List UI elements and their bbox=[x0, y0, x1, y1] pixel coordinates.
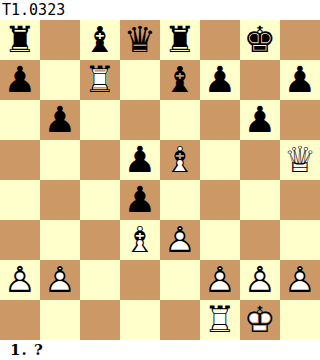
square-d3[interactable]: ♝♗ bbox=[120, 220, 160, 260]
square-a8[interactable]: ♜ bbox=[0, 20, 40, 60]
square-c3[interactable] bbox=[80, 220, 120, 260]
piece-white-queen: ♕ bbox=[284, 140, 316, 180]
square-c8[interactable]: ♝ bbox=[80, 20, 120, 60]
puzzle-id: T1.0323 bbox=[0, 0, 320, 20]
square-d7[interactable] bbox=[120, 60, 160, 100]
square-h3[interactable] bbox=[280, 220, 320, 260]
square-a3[interactable] bbox=[0, 220, 40, 260]
square-e4[interactable] bbox=[160, 180, 200, 220]
square-f2[interactable]: ♟♙ bbox=[200, 260, 240, 300]
square-d8[interactable]: ♛ bbox=[120, 20, 160, 60]
square-a1[interactable] bbox=[0, 300, 40, 340]
square-c7[interactable]: ♜♖ bbox=[80, 60, 120, 100]
square-f5[interactable] bbox=[200, 140, 240, 180]
square-g1[interactable]: ♚♔ bbox=[240, 300, 280, 340]
square-c6[interactable] bbox=[80, 100, 120, 140]
square-g2[interactable]: ♟♙ bbox=[240, 260, 280, 300]
piece-black-bishop: ♝ bbox=[84, 20, 116, 60]
piece-white-pawn: ♙ bbox=[244, 260, 276, 300]
square-h7[interactable]: ♟ bbox=[280, 60, 320, 100]
piece-white-rook: ♖ bbox=[84, 60, 116, 100]
square-b2[interactable]: ♟♙ bbox=[40, 260, 80, 300]
piece-black-pawn: ♟ bbox=[284, 60, 316, 100]
square-d6[interactable] bbox=[120, 100, 160, 140]
square-c4[interactable] bbox=[80, 180, 120, 220]
square-c2[interactable] bbox=[80, 260, 120, 300]
square-h4[interactable] bbox=[280, 180, 320, 220]
square-c1[interactable] bbox=[80, 300, 120, 340]
move-prompt: 1. ? bbox=[0, 340, 320, 360]
square-a5[interactable] bbox=[0, 140, 40, 180]
piece-black-rook: ♜ bbox=[4, 20, 36, 60]
square-h8[interactable] bbox=[280, 20, 320, 60]
square-d4[interactable]: ♟ bbox=[120, 180, 160, 220]
piece-black-bishop: ♝ bbox=[164, 60, 196, 100]
piece-white-pawn: ♙ bbox=[4, 260, 36, 300]
square-b6[interactable]: ♟ bbox=[40, 100, 80, 140]
piece-white-rook: ♖ bbox=[204, 300, 236, 340]
square-h1[interactable] bbox=[280, 300, 320, 340]
piece-black-queen: ♛ bbox=[124, 20, 156, 60]
piece-white-bishop: ♗ bbox=[164, 140, 196, 180]
square-e8[interactable]: ♜ bbox=[160, 20, 200, 60]
square-g8[interactable]: ♚ bbox=[240, 20, 280, 60]
square-f1[interactable]: ♜♖ bbox=[200, 300, 240, 340]
square-d2[interactable] bbox=[120, 260, 160, 300]
square-a6[interactable] bbox=[0, 100, 40, 140]
square-f3[interactable] bbox=[200, 220, 240, 260]
square-f4[interactable] bbox=[200, 180, 240, 220]
square-c5[interactable] bbox=[80, 140, 120, 180]
square-b5[interactable] bbox=[40, 140, 80, 180]
square-b8[interactable] bbox=[40, 20, 80, 60]
square-h6[interactable] bbox=[280, 100, 320, 140]
square-b3[interactable] bbox=[40, 220, 80, 260]
square-e7[interactable]: ♝ bbox=[160, 60, 200, 100]
square-h5[interactable]: ♛♕ bbox=[280, 140, 320, 180]
square-a4[interactable] bbox=[0, 180, 40, 220]
square-e3[interactable]: ♟♙ bbox=[160, 220, 200, 260]
piece-black-pawn: ♟ bbox=[124, 180, 156, 220]
square-e2[interactable] bbox=[160, 260, 200, 300]
piece-black-rook: ♜ bbox=[164, 20, 196, 60]
square-g5[interactable] bbox=[240, 140, 280, 180]
piece-black-pawn: ♟ bbox=[204, 60, 236, 100]
square-e1[interactable] bbox=[160, 300, 200, 340]
piece-white-bishop: ♗ bbox=[124, 220, 156, 260]
piece-black-pawn: ♟ bbox=[4, 60, 36, 100]
square-f6[interactable] bbox=[200, 100, 240, 140]
square-g3[interactable] bbox=[240, 220, 280, 260]
square-g4[interactable] bbox=[240, 180, 280, 220]
square-a2[interactable]: ♟♙ bbox=[0, 260, 40, 300]
square-d5[interactable]: ♟ bbox=[120, 140, 160, 180]
piece-white-pawn: ♙ bbox=[164, 220, 196, 260]
square-g7[interactable] bbox=[240, 60, 280, 100]
square-b4[interactable] bbox=[40, 180, 80, 220]
square-d1[interactable] bbox=[120, 300, 160, 340]
square-f7[interactable]: ♟ bbox=[200, 60, 240, 100]
square-h2[interactable]: ♟♙ bbox=[280, 260, 320, 300]
piece-black-pawn: ♟ bbox=[44, 100, 76, 140]
piece-white-pawn: ♙ bbox=[204, 260, 236, 300]
piece-black-king: ♚ bbox=[244, 20, 276, 60]
square-g6[interactable]: ♟ bbox=[240, 100, 280, 140]
chess-board: ♜♝♛♜♚♟♜♖♝♟♟♟♟♟♝♗♛♕♟♝♗♟♙♟♙♟♙♟♙♟♙♟♙♜♖♚♔ bbox=[0, 20, 320, 340]
square-b1[interactable] bbox=[40, 300, 80, 340]
piece-white-king: ♔ bbox=[244, 300, 276, 340]
piece-black-pawn: ♟ bbox=[244, 100, 276, 140]
square-a7[interactable]: ♟ bbox=[0, 60, 40, 100]
square-e5[interactable]: ♝♗ bbox=[160, 140, 200, 180]
square-f8[interactable] bbox=[200, 20, 240, 60]
square-e6[interactable] bbox=[160, 100, 200, 140]
piece-black-pawn: ♟ bbox=[124, 140, 156, 180]
square-b7[interactable] bbox=[40, 60, 80, 100]
piece-white-pawn: ♙ bbox=[284, 260, 316, 300]
piece-white-pawn: ♙ bbox=[44, 260, 76, 300]
